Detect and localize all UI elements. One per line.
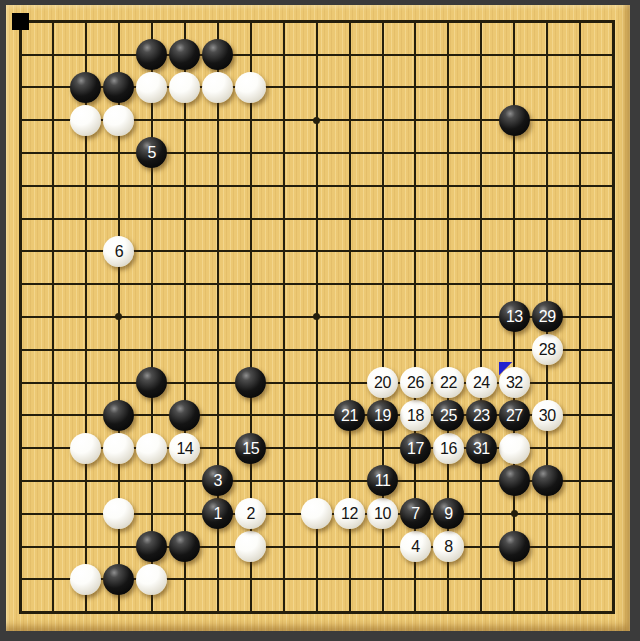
move-number: 31 [473,433,490,464]
stone-black-move-21: 21 [334,400,365,431]
stone-white [136,72,167,103]
stone-black-move-31: 31 [466,433,497,464]
move-number: 27 [506,400,523,431]
stone-white-move-6: 6 [103,236,134,267]
stone-white [301,498,332,529]
stone-black-move-25: 25 [433,400,464,431]
stone-black [169,531,200,562]
stone-white [103,498,134,529]
move-number: 8 [444,531,452,562]
stone-black-move-11: 11 [367,465,398,496]
stone-black-move-9: 9 [433,498,464,529]
stone-black-move-5: 5 [136,137,167,168]
stone-white [235,72,266,103]
stone-black [169,400,200,431]
stone-white-move-22: 22 [433,367,464,398]
move-number: 21 [341,400,358,431]
stone-black [169,39,200,70]
stone-black [136,367,167,398]
move-number: 16 [440,433,457,464]
move-number: 29 [539,301,556,332]
stone-white [70,105,101,136]
stone-black [235,367,266,398]
stone-white-move-20: 20 [367,367,398,398]
star-point [313,117,320,124]
corner-square-marker [12,13,29,30]
star-point [313,313,320,320]
move-number: 11 [375,465,391,496]
stone-white [70,433,101,464]
stone-white [70,564,101,595]
move-number: 30 [539,400,556,431]
stone-black [202,39,233,70]
stone-black [103,564,134,595]
stone-white-move-24: 24 [466,367,497,398]
stone-white-move-4: 4 [400,531,431,562]
move-number: 13 [506,301,523,332]
stone-white [136,433,167,464]
stone-black-move-15: 15 [235,433,266,464]
stone-white [499,433,530,464]
stone-white-move-14: 14 [169,433,200,464]
move-number: 19 [374,400,391,431]
stone-white-move-32: 32 [499,367,530,398]
stone-black [70,72,101,103]
move-number: 20 [374,367,391,398]
stone-white [136,564,167,595]
go-board[interactable]: 1234567891011121314151617181920212223242… [6,5,630,631]
stone-white-move-12: 12 [334,498,365,529]
move-number: 10 [374,498,391,529]
stone-black-move-29: 29 [532,301,563,332]
move-number: 25 [440,400,457,431]
stone-white-move-18: 18 [400,400,431,431]
grid-vertical-line [612,20,615,613]
grid-horizontal-line [19,349,615,351]
stone-black [499,531,530,562]
star-point [511,510,518,517]
move-number: 12 [341,498,358,529]
go-diagram: 1234567891011121314151617181920212223242… [0,0,640,641]
move-number: 28 [539,334,556,365]
move-number: 22 [440,367,457,398]
stone-white [169,72,200,103]
stone-black [103,400,134,431]
move-number: 17 [407,433,424,464]
stone-white-move-16: 16 [433,433,464,464]
grid-vertical-line [480,20,482,613]
stone-black [499,465,530,496]
stone-black [136,531,167,562]
stone-white-move-2: 2 [235,498,266,529]
move-number: 3 [213,465,221,496]
stone-white-move-8: 8 [433,531,464,562]
stone-white [235,531,266,562]
stone-black [103,72,134,103]
stone-black-move-23: 23 [466,400,497,431]
stone-white-move-28: 28 [532,334,563,365]
move-number: 2 [246,498,254,529]
move-number: 15 [242,433,259,464]
move-number: 26 [407,367,424,398]
grid-horizontal-line [19,611,615,614]
stone-black-move-19: 19 [367,400,398,431]
move-number: 18 [407,400,424,431]
stone-white-move-10: 10 [367,498,398,529]
stone-white [103,105,134,136]
stone-black [136,39,167,70]
stone-black-move-17: 17 [400,433,431,464]
move-number: 14 [176,433,193,464]
stone-white-move-26: 26 [400,367,431,398]
move-number: 23 [473,400,490,431]
move-number: 7 [411,498,419,529]
move-number: 1 [213,498,221,529]
move-number: 5 [148,137,156,168]
move-number: 4 [411,531,419,562]
move-number: 9 [444,498,452,529]
grid-vertical-line [579,20,581,613]
stone-black-move-13: 13 [499,301,530,332]
stone-white-move-30: 30 [532,400,563,431]
stone-white [202,72,233,103]
stone-black-move-7: 7 [400,498,431,529]
move-number: 6 [115,236,123,267]
stone-black-move-3: 3 [202,465,233,496]
stone-black-move-1: 1 [202,498,233,529]
star-point [115,313,122,320]
move-number: 24 [473,367,490,398]
stone-white [103,433,134,464]
move-number: 32 [506,367,523,398]
stone-black [499,105,530,136]
stone-black-move-27: 27 [499,400,530,431]
stone-black [532,465,563,496]
